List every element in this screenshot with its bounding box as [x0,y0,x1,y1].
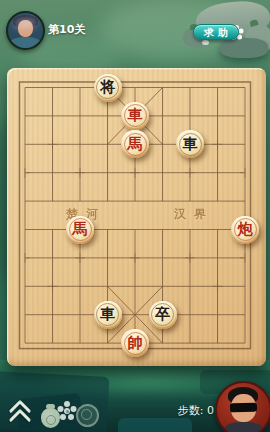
help-button[interactable]: 求助 [193,24,239,40]
piece-red-horse[interactable]: 馬 [121,130,149,158]
opponent-avatar[interactable] [215,381,270,432]
piece-black-chariot-2[interactable]: 車 [94,301,122,329]
warrior-armor [10,37,41,50]
flower-icon [64,408,70,414]
money-bag-icon [41,408,60,428]
piece-red-horse-2[interactable]: 馬 [66,216,94,244]
rock-decoration [220,38,268,58]
sunken-building-silhouette [118,418,192,432]
piece-black-chariot[interactable]: 車 [176,130,204,158]
level-label: 第10关 [48,22,85,37]
game-screen: 第10关 求助 楚河 汉界 将車馬車馬炮車卒帥 步数: 0 [0,0,270,432]
piece-red-chariot[interactable]: 車 [121,102,149,130]
opponent-body [225,422,262,432]
steps-counter: 步数: 0 [178,403,214,418]
coin-icon [76,404,99,427]
steps-value: 0 [207,404,214,417]
expand-arrows-icon[interactable] [8,401,34,427]
xiangqi-board[interactable]: 楚河 汉界 将車馬車馬炮車卒帥 [7,68,266,366]
sunglasses-icon [230,403,257,413]
steps-label: 步数: [178,404,204,417]
piece-red-general[interactable]: 帥 [121,329,149,357]
piece-black-general[interactable]: 将 [94,74,122,102]
pieces-layer: 将車馬車馬炮車卒帥 [7,68,266,366]
piece-red-cannon[interactable]: 炮 [231,216,259,244]
piece-black-soldier[interactable]: 卒 [149,301,177,329]
pebble-decoration [202,40,209,45]
player-avatar[interactable] [6,11,45,50]
